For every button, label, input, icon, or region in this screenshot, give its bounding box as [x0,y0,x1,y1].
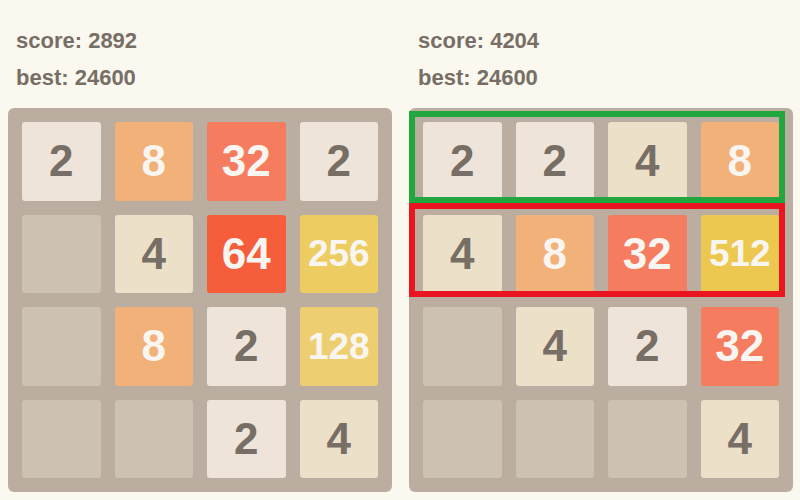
right-score-text: score: 4204 [418,22,539,59]
left-score-text: score: 2892 [16,22,137,59]
tile-8: 8 [516,215,595,294]
left-board: 283224642568212824 [8,108,392,492]
empty-cell [423,307,502,386]
tile-8: 8 [701,122,780,201]
left-score-panel: score: 2892 best: 24600 [16,22,137,96]
empty-cell [22,307,101,386]
tile-32: 32 [701,307,780,386]
tile-32: 32 [608,215,687,294]
empty-cell [115,400,194,479]
tile-2: 2 [423,122,502,201]
tile-8: 8 [115,122,194,201]
tile-4: 4 [423,215,502,294]
right-board: 2248483251242324 [409,108,793,492]
empty-cell [22,400,101,479]
tile-4: 4 [608,122,687,201]
tile-32: 32 [207,122,286,201]
tile-2: 2 [300,122,379,201]
tile-2: 2 [516,122,595,201]
tile-4: 4 [300,400,379,479]
tile-512: 512 [701,215,780,294]
tile-2: 2 [22,122,101,201]
tile-2: 2 [207,307,286,386]
left-best-text: best: 24600 [16,59,137,96]
page: score: 2892 best: 24600 score: 4204 best… [0,0,800,500]
tile-256: 256 [300,215,379,294]
tile-4: 4 [115,215,194,294]
empty-cell [516,400,595,479]
tile-128: 128 [300,307,379,386]
tile-4: 4 [701,400,780,479]
tile-2: 2 [207,400,286,479]
tile-4: 4 [516,307,595,386]
empty-cell [22,215,101,294]
tile-8: 8 [115,307,194,386]
empty-cell [423,400,502,479]
tile-2: 2 [608,307,687,386]
tile-64: 64 [207,215,286,294]
empty-cell [608,400,687,479]
right-best-text: best: 24600 [418,59,539,96]
right-score-panel: score: 4204 best: 24600 [418,22,539,96]
